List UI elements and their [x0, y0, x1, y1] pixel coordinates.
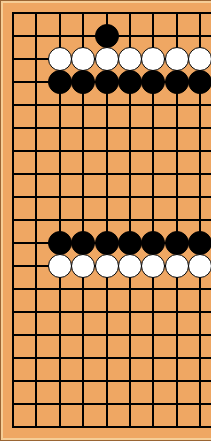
black-stone: [141, 231, 165, 255]
grid-horizontal-line: [12, 311, 211, 313]
black-stone: [95, 70, 119, 94]
black-stone: [188, 231, 211, 255]
grid-horizontal-line: [12, 357, 211, 359]
grid-horizontal-line: [12, 150, 211, 152]
white-stone: [118, 254, 142, 278]
white-stone: [95, 254, 119, 278]
grid-horizontal-line: [12, 104, 211, 106]
grid-horizontal-line: [12, 127, 211, 129]
white-stone: [95, 47, 119, 71]
white-stone: [188, 47, 211, 71]
white-stone: [141, 254, 165, 278]
black-stone: [95, 231, 119, 255]
board-frame-highlight: [1, 1, 211, 440]
black-stone: [165, 231, 189, 255]
black-stone: [48, 231, 72, 255]
grid-horizontal-line: [12, 426, 211, 428]
white-stone: [165, 47, 189, 71]
white-stone: [188, 254, 211, 278]
grid-horizontal-line: [12, 403, 211, 405]
black-stone: [141, 70, 165, 94]
black-stone: [118, 231, 142, 255]
grid-horizontal-line: [12, 12, 211, 14]
white-stone: [48, 47, 72, 71]
white-stone: [71, 254, 95, 278]
black-stone: [95, 24, 119, 48]
white-stone: [141, 47, 165, 71]
white-stone: [118, 47, 142, 71]
white-stone: [48, 254, 72, 278]
grid-horizontal-line: [12, 219, 211, 221]
go-board: [3, 3, 211, 438]
grid-horizontal-line: [12, 196, 211, 198]
grid-horizontal-line: [12, 288, 211, 290]
grid-horizontal-line: [12, 334, 211, 336]
black-stone: [48, 70, 72, 94]
grid-horizontal-line: [12, 380, 211, 382]
grid-horizontal-line: [12, 173, 211, 175]
white-stone: [165, 254, 189, 278]
black-stone: [188, 70, 211, 94]
black-stone: [71, 70, 95, 94]
white-stone: [71, 47, 95, 71]
black-stone: [165, 70, 189, 94]
board-frame: [0, 0, 211, 441]
black-stone: [118, 70, 142, 94]
black-stone: [71, 231, 95, 255]
